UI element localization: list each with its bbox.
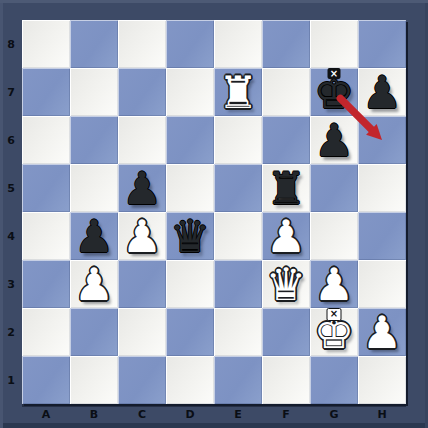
square-b4[interactable]: ♟ <box>70 212 118 260</box>
square-a5[interactable] <box>22 164 70 212</box>
square-c4[interactable]: ♟ <box>118 212 166 260</box>
square-h7[interactable]: ♟ <box>358 68 406 116</box>
rank-label-7: 7 <box>2 68 20 116</box>
square-e3[interactable] <box>214 260 262 308</box>
square-e8[interactable] <box>214 20 262 68</box>
square-h5[interactable] <box>358 164 406 212</box>
square-f5[interactable]: ♜ <box>262 164 310 212</box>
square-g1[interactable] <box>310 356 358 404</box>
rank-label-6: 6 <box>2 116 20 164</box>
square-a2[interactable] <box>22 308 70 356</box>
square-g7[interactable]: ♚× <box>310 68 358 116</box>
square-c1[interactable] <box>118 356 166 404</box>
square-b6[interactable] <box>70 116 118 164</box>
square-f8[interactable] <box>262 20 310 68</box>
white-queen[interactable]: ♛ <box>262 260 310 308</box>
square-e1[interactable] <box>214 356 262 404</box>
white-pawn[interactable]: ♟ <box>262 212 310 260</box>
square-h8[interactable] <box>358 20 406 68</box>
white-pawn[interactable]: ♟ <box>358 308 406 356</box>
square-c3[interactable] <box>118 260 166 308</box>
black-pawn[interactable]: ♟ <box>118 164 166 212</box>
file-label-H: H <box>358 404 406 424</box>
square-g4[interactable] <box>310 212 358 260</box>
rank-label-4: 4 <box>2 212 20 260</box>
square-h3[interactable] <box>358 260 406 308</box>
black-pawn[interactable]: ♟ <box>358 68 406 116</box>
black-rook[interactable]: ♜ <box>262 164 310 212</box>
square-e7[interactable]: ♜ <box>214 68 262 116</box>
file-label-B: B <box>70 404 118 424</box>
board-frame: 87654321 ABCDEFGH ♜♚×♟♟♟♜♟♟♛♟♟♛♟♚×♟ <box>0 0 428 428</box>
rank-label-2: 2 <box>2 308 20 356</box>
file-label-G: G <box>310 404 358 424</box>
square-d4[interactable]: ♛ <box>166 212 214 260</box>
file-label-A: A <box>22 404 70 424</box>
square-f3[interactable]: ♛ <box>262 260 310 308</box>
white-pawn[interactable]: ♟ <box>118 212 166 260</box>
rank-label-8: 8 <box>2 20 20 68</box>
square-a1[interactable] <box>22 356 70 404</box>
square-g5[interactable] <box>310 164 358 212</box>
square-h2[interactable]: ♟ <box>358 308 406 356</box>
file-label-C: C <box>118 404 166 424</box>
square-c2[interactable] <box>118 308 166 356</box>
square-d8[interactable] <box>166 20 214 68</box>
square-b2[interactable] <box>70 308 118 356</box>
square-a6[interactable] <box>22 116 70 164</box>
white-pawn[interactable]: ♟ <box>310 260 358 308</box>
square-e6[interactable] <box>214 116 262 164</box>
square-d7[interactable] <box>166 68 214 116</box>
square-b3[interactable]: ♟ <box>70 260 118 308</box>
chess-board: ♜♚×♟♟♟♜♟♟♛♟♟♛♟♚×♟ <box>22 20 406 404</box>
square-e2[interactable] <box>214 308 262 356</box>
square-a7[interactable] <box>22 68 70 116</box>
square-g3[interactable]: ♟ <box>310 260 358 308</box>
square-a3[interactable] <box>22 260 70 308</box>
square-a4[interactable] <box>22 212 70 260</box>
black-queen[interactable]: ♛ <box>166 212 214 260</box>
square-b8[interactable] <box>70 20 118 68</box>
black-king-marker-icon: × <box>328 68 341 79</box>
file-label-D: D <box>166 404 214 424</box>
file-label-F: F <box>262 404 310 424</box>
square-a8[interactable] <box>22 20 70 68</box>
white-pawn[interactable]: ♟ <box>70 260 118 308</box>
square-g8[interactable] <box>310 20 358 68</box>
square-c7[interactable] <box>118 68 166 116</box>
square-d6[interactable] <box>166 116 214 164</box>
square-g2[interactable]: ♚× <box>310 308 358 356</box>
white-king-marker-icon: × <box>327 308 342 321</box>
rank-label-3: 3 <box>2 260 20 308</box>
square-h6[interactable] <box>358 116 406 164</box>
square-c8[interactable] <box>118 20 166 68</box>
square-f6[interactable] <box>262 116 310 164</box>
square-f7[interactable] <box>262 68 310 116</box>
square-d2[interactable] <box>166 308 214 356</box>
file-label-E: E <box>214 404 262 424</box>
square-d5[interactable] <box>166 164 214 212</box>
rank-label-1: 1 <box>2 356 20 404</box>
square-e5[interactable] <box>214 164 262 212</box>
square-g6[interactable]: ♟ <box>310 116 358 164</box>
square-e4[interactable] <box>214 212 262 260</box>
square-b7[interactable] <box>70 68 118 116</box>
square-h4[interactable] <box>358 212 406 260</box>
square-f2[interactable] <box>262 308 310 356</box>
square-h1[interactable] <box>358 356 406 404</box>
square-c5[interactable]: ♟ <box>118 164 166 212</box>
rank-label-5: 5 <box>2 164 20 212</box>
black-pawn[interactable]: ♟ <box>70 212 118 260</box>
black-pawn[interactable]: ♟ <box>310 116 358 164</box>
square-d3[interactable] <box>166 260 214 308</box>
square-d1[interactable] <box>166 356 214 404</box>
square-f4[interactable]: ♟ <box>262 212 310 260</box>
white-rook[interactable]: ♜ <box>214 68 262 116</box>
square-f1[interactable] <box>262 356 310 404</box>
square-b1[interactable] <box>70 356 118 404</box>
square-c6[interactable] <box>118 116 166 164</box>
square-b5[interactable] <box>70 164 118 212</box>
